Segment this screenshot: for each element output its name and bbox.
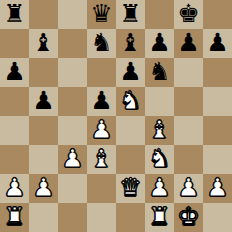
piece-black-bishop[interactable]: ♝: [32, 28, 54, 57]
square-b4[interactable]: [29, 116, 58, 145]
square-h6[interactable]: [203, 58, 232, 87]
piece-white-pawn[interactable]: ♟: [90, 115, 112, 144]
piece-black-pawn[interactable]: ♟: [90, 86, 112, 115]
piece-black-knight[interactable]: ♞: [148, 57, 170, 86]
square-f1[interactable]: ♜: [145, 203, 174, 232]
square-b8[interactable]: [29, 0, 58, 29]
piece-white-king[interactable]: ♚: [177, 202, 199, 231]
piece-black-pawn[interactable]: ♟: [119, 57, 141, 86]
square-c3[interactable]: ♟: [58, 145, 87, 174]
square-c8[interactable]: [58, 0, 87, 29]
square-e5[interactable]: ♞: [116, 87, 145, 116]
piece-black-pawn[interactable]: ♟: [177, 28, 199, 57]
piece-white-pawn[interactable]: ♟: [3, 173, 25, 202]
square-d4[interactable]: ♟: [87, 116, 116, 145]
square-e7[interactable]: ♝: [116, 29, 145, 58]
square-a7[interactable]: [0, 29, 29, 58]
square-d1[interactable]: [87, 203, 116, 232]
square-e6[interactable]: ♟: [116, 58, 145, 87]
piece-black-pawn[interactable]: ♟: [206, 28, 228, 57]
square-c2[interactable]: [58, 174, 87, 203]
square-g2[interactable]: ♟: [174, 174, 203, 203]
square-c7[interactable]: [58, 29, 87, 58]
square-c4[interactable]: [58, 116, 87, 145]
square-a6[interactable]: ♟: [0, 58, 29, 87]
piece-black-rook[interactable]: ♜: [3, 0, 25, 28]
piece-white-pawn[interactable]: ♟: [206, 173, 228, 202]
piece-white-pawn[interactable]: ♟: [32, 173, 54, 202]
piece-black-pawn[interactable]: ♟: [32, 86, 54, 115]
square-h2[interactable]: ♟: [203, 174, 232, 203]
square-e2[interactable]: ♛: [116, 174, 145, 203]
piece-black-rook[interactable]: ♜: [119, 0, 141, 28]
piece-black-queen[interactable]: ♛: [90, 0, 112, 28]
square-f4[interactable]: ♝: [145, 116, 174, 145]
piece-black-knight[interactable]: ♞: [90, 28, 112, 57]
square-h7[interactable]: ♟: [203, 29, 232, 58]
square-a5[interactable]: [0, 87, 29, 116]
square-e8[interactable]: ♜: [116, 0, 145, 29]
square-b1[interactable]: [29, 203, 58, 232]
piece-white-bishop[interactable]: ♝: [90, 144, 112, 173]
piece-white-pawn[interactable]: ♟: [177, 173, 199, 202]
square-f2[interactable]: ♟: [145, 174, 174, 203]
square-e4[interactable]: [116, 116, 145, 145]
piece-white-knight[interactable]: ♞: [148, 144, 170, 173]
piece-white-knight[interactable]: ♞: [119, 86, 141, 115]
square-h4[interactable]: [203, 116, 232, 145]
square-b5[interactable]: ♟: [29, 87, 58, 116]
square-a8[interactable]: ♜: [0, 0, 29, 29]
square-g4[interactable]: [174, 116, 203, 145]
square-g3[interactable]: [174, 145, 203, 174]
square-h8[interactable]: [203, 0, 232, 29]
piece-black-king[interactable]: ♚: [177, 0, 199, 28]
square-f7[interactable]: ♟: [145, 29, 174, 58]
square-b3[interactable]: [29, 145, 58, 174]
piece-white-queen[interactable]: ♛: [119, 173, 141, 202]
square-a1[interactable]: ♜: [0, 203, 29, 232]
square-h5[interactable]: [203, 87, 232, 116]
square-a2[interactable]: ♟: [0, 174, 29, 203]
square-c6[interactable]: [58, 58, 87, 87]
square-g5[interactable]: [174, 87, 203, 116]
chess-board: ♜♛♜♚♝♞♝♟♟♟♟♟♞♟♟♞♟♝♟♝♞♟♟♛♟♟♟♜♜♚: [0, 0, 232, 232]
square-g7[interactable]: ♟: [174, 29, 203, 58]
square-c5[interactable]: [58, 87, 87, 116]
square-b7[interactable]: ♝: [29, 29, 58, 58]
piece-white-pawn[interactable]: ♟: [148, 173, 170, 202]
square-g1[interactable]: ♚: [174, 203, 203, 232]
square-a3[interactable]: [0, 145, 29, 174]
square-f8[interactable]: [145, 0, 174, 29]
square-b2[interactable]: ♟: [29, 174, 58, 203]
piece-white-rook[interactable]: ♜: [148, 202, 170, 231]
square-c1[interactable]: [58, 203, 87, 232]
square-d5[interactable]: ♟: [87, 87, 116, 116]
piece-black-pawn[interactable]: ♟: [148, 28, 170, 57]
square-e3[interactable]: [116, 145, 145, 174]
square-f6[interactable]: ♞: [145, 58, 174, 87]
square-g6[interactable]: [174, 58, 203, 87]
piece-white-bishop[interactable]: ♝: [148, 115, 170, 144]
square-d7[interactable]: ♞: [87, 29, 116, 58]
square-a4[interactable]: [0, 116, 29, 145]
square-d8[interactable]: ♛: [87, 0, 116, 29]
piece-white-rook[interactable]: ♜: [3, 202, 25, 231]
square-f5[interactable]: [145, 87, 174, 116]
square-d3[interactable]: ♝: [87, 145, 116, 174]
square-e1[interactable]: [116, 203, 145, 232]
square-h1[interactable]: [203, 203, 232, 232]
piece-black-pawn[interactable]: ♟: [3, 57, 25, 86]
square-b6[interactable]: [29, 58, 58, 87]
piece-white-pawn[interactable]: ♟: [61, 144, 83, 173]
square-d2[interactable]: [87, 174, 116, 203]
piece-black-bishop[interactable]: ♝: [119, 28, 141, 57]
square-h3[interactable]: [203, 145, 232, 174]
square-g8[interactable]: ♚: [174, 0, 203, 29]
square-d6[interactable]: [87, 58, 116, 87]
square-f3[interactable]: ♞: [145, 145, 174, 174]
